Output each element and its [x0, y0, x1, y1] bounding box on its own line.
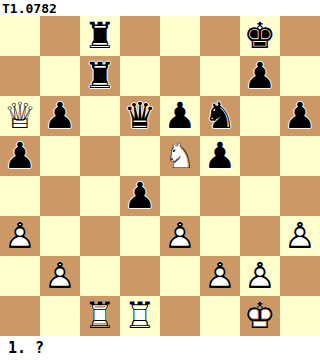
square-b4[interactable] — [40, 176, 80, 216]
square-b8[interactable] — [40, 16, 80, 56]
square-e4[interactable] — [160, 176, 200, 216]
square-d6[interactable]: ♛ — [120, 96, 160, 136]
square-c2[interactable] — [80, 256, 120, 296]
square-d2[interactable] — [120, 256, 160, 296]
square-h2[interactable] — [280, 256, 320, 296]
square-a6[interactable]: ♛♕ — [0, 96, 40, 136]
square-f4[interactable] — [200, 176, 240, 216]
square-g1[interactable]: ♚♔ — [240, 296, 280, 336]
black-king[interactable]: ♚ — [240, 16, 280, 56]
white-queen-glyph: ♕ — [0, 96, 40, 136]
square-e8[interactable] — [160, 16, 200, 56]
white-pawn-glyph: ♙ — [0, 216, 40, 256]
square-a1[interactable] — [0, 296, 40, 336]
square-e1[interactable] — [160, 296, 200, 336]
white-pawn-glyph: ♙ — [240, 256, 280, 296]
black-rook[interactable]: ♜ — [80, 16, 120, 56]
square-h5[interactable] — [280, 136, 320, 176]
square-e3[interactable]: ♟♙ — [160, 216, 200, 256]
square-c5[interactable] — [80, 136, 120, 176]
black-pawn-glyph: ♟ — [280, 96, 320, 136]
square-a8[interactable] — [0, 16, 40, 56]
black-rook-glyph: ♜ — [80, 56, 120, 96]
square-d4[interactable]: ♟ — [120, 176, 160, 216]
square-g6[interactable] — [240, 96, 280, 136]
black-queen-glyph: ♛ — [120, 96, 160, 136]
white-pawn-glyph: ♙ — [200, 256, 240, 296]
square-f8[interactable] — [200, 16, 240, 56]
white-pawn[interactable]: ♟♙ — [0, 216, 40, 256]
white-knight-glyph: ♘ — [160, 136, 200, 176]
square-g3[interactable] — [240, 216, 280, 256]
square-g2[interactable]: ♟♙ — [240, 256, 280, 296]
square-h7[interactable] — [280, 56, 320, 96]
white-knight[interactable]: ♞♘ — [160, 136, 200, 176]
black-pawn[interactable]: ♟ — [40, 96, 80, 136]
square-g8[interactable]: ♚ — [240, 16, 280, 56]
white-queen[interactable]: ♛♕ — [0, 96, 40, 136]
square-f5[interactable]: ♟ — [200, 136, 240, 176]
black-pawn-glyph: ♟ — [40, 96, 80, 136]
black-pawn-glyph: ♟ — [0, 136, 40, 176]
square-a2[interactable] — [0, 256, 40, 296]
black-pawn-glyph: ♟ — [120, 176, 160, 216]
square-d8[interactable] — [120, 16, 160, 56]
square-b2[interactable]: ♟♙ — [40, 256, 80, 296]
square-h8[interactable] — [280, 16, 320, 56]
white-rook[interactable]: ♜♖ — [120, 296, 160, 336]
white-pawn-glyph: ♙ — [40, 256, 80, 296]
black-pawn-glyph: ♟ — [200, 136, 240, 176]
square-d3[interactable] — [120, 216, 160, 256]
black-pawn[interactable]: ♟ — [0, 136, 40, 176]
square-g5[interactable] — [240, 136, 280, 176]
square-a5[interactable]: ♟ — [0, 136, 40, 176]
square-h1[interactable] — [280, 296, 320, 336]
white-pawn[interactable]: ♟♙ — [280, 216, 320, 256]
diagram-title: T1.0782 — [0, 0, 320, 16]
square-c1[interactable]: ♜♖ — [80, 296, 120, 336]
square-b7[interactable] — [40, 56, 80, 96]
square-g4[interactable] — [240, 176, 280, 216]
black-pawn[interactable]: ♟ — [240, 56, 280, 96]
white-pawn-glyph: ♙ — [280, 216, 320, 256]
black-pawn[interactable]: ♟ — [120, 176, 160, 216]
square-d1[interactable]: ♜♖ — [120, 296, 160, 336]
black-knight-glyph: ♞ — [200, 96, 240, 136]
white-pawn[interactable]: ♟♙ — [40, 256, 80, 296]
square-a3[interactable]: ♟♙ — [0, 216, 40, 256]
square-b5[interactable] — [40, 136, 80, 176]
black-rook-glyph: ♜ — [80, 16, 120, 56]
square-e6[interactable]: ♟ — [160, 96, 200, 136]
black-pawn[interactable]: ♟ — [160, 96, 200, 136]
white-king-glyph: ♔ — [240, 296, 280, 336]
move-prompt: 1. ? — [0, 336, 320, 360]
black-pawn-glyph: ♟ — [240, 56, 280, 96]
black-pawn[interactable]: ♟ — [280, 96, 320, 136]
white-pawn[interactable]: ♟♙ — [160, 216, 200, 256]
square-a4[interactable] — [0, 176, 40, 216]
square-f7[interactable] — [200, 56, 240, 96]
black-pawn-glyph: ♟ — [160, 96, 200, 136]
white-pawn[interactable]: ♟♙ — [200, 256, 240, 296]
square-c6[interactable] — [80, 96, 120, 136]
square-b1[interactable] — [40, 296, 80, 336]
square-f6[interactable]: ♞ — [200, 96, 240, 136]
square-e5[interactable]: ♞♘ — [160, 136, 200, 176]
square-c4[interactable] — [80, 176, 120, 216]
white-king[interactable]: ♚♔ — [240, 296, 280, 336]
black-queen[interactable]: ♛ — [120, 96, 160, 136]
white-pawn-glyph: ♙ — [160, 216, 200, 256]
square-c8[interactable]: ♜ — [80, 16, 120, 56]
black-knight[interactable]: ♞ — [200, 96, 240, 136]
square-a7[interactable] — [0, 56, 40, 96]
white-rook-glyph: ♖ — [120, 296, 160, 336]
square-f3[interactable] — [200, 216, 240, 256]
black-pawn[interactable]: ♟ — [200, 136, 240, 176]
black-king-glyph: ♚ — [240, 16, 280, 56]
square-h3[interactable]: ♟♙ — [280, 216, 320, 256]
square-e2[interactable] — [160, 256, 200, 296]
square-f2[interactable]: ♟♙ — [200, 256, 240, 296]
square-c3[interactable] — [80, 216, 120, 256]
square-e7[interactable] — [160, 56, 200, 96]
square-f1[interactable] — [200, 296, 240, 336]
square-c7[interactable]: ♜ — [80, 56, 120, 96]
square-d7[interactable] — [120, 56, 160, 96]
square-b3[interactable] — [40, 216, 80, 256]
square-g7[interactable]: ♟ — [240, 56, 280, 96]
white-rook[interactable]: ♜♖ — [80, 296, 120, 336]
square-h4[interactable] — [280, 176, 320, 216]
chess-board: ♜♚♜♟♛♕♟♛♟♞♟♟♞♘♟♟♟♙♟♙♟♙♟♙♟♙♟♙♜♖♜♖♚♔ — [0, 16, 320, 336]
white-rook-glyph: ♖ — [80, 296, 120, 336]
square-b6[interactable]: ♟ — [40, 96, 80, 136]
white-pawn[interactable]: ♟♙ — [240, 256, 280, 296]
square-d5[interactable] — [120, 136, 160, 176]
black-rook[interactable]: ♜ — [80, 56, 120, 96]
square-h6[interactable]: ♟ — [280, 96, 320, 136]
